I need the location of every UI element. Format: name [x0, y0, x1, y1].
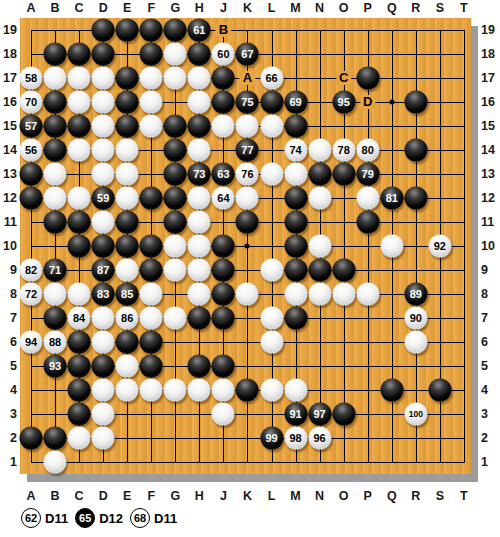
col-label-bottom-C: C	[75, 489, 84, 503]
move-number: 76	[241, 169, 253, 180]
stone-K18: 67	[236, 43, 259, 66]
stone-F8	[140, 283, 163, 306]
stone-O13	[332, 163, 355, 186]
row-label-left-18: 18	[3, 47, 17, 61]
stone-D3	[92, 403, 115, 426]
stone-G4	[164, 379, 187, 402]
row-label-left-16: 16	[3, 95, 17, 109]
stone-O8	[332, 283, 355, 306]
col-label-bottom-E: E	[123, 489, 131, 503]
row-label-right-19: 19	[481, 23, 495, 37]
stone-C8	[68, 283, 91, 306]
col-label-top-E: E	[123, 1, 131, 15]
stone-D18	[92, 43, 115, 66]
stone-B15	[44, 115, 67, 138]
move-number: 81	[386, 193, 398, 204]
stone-A9: 82	[20, 259, 43, 282]
stone-N2: 96	[308, 427, 331, 450]
stone-P13: 79	[356, 163, 379, 186]
col-label-top-H: H	[195, 1, 204, 15]
stone-M3: 91	[284, 403, 307, 426]
move-number: 79	[362, 169, 374, 180]
stone-S4	[428, 379, 451, 402]
stone-R16	[404, 91, 427, 114]
stone-B7	[44, 307, 67, 330]
caption-stone-62: 62	[21, 508, 41, 528]
stone-A13	[20, 163, 43, 186]
stone-C7: 84	[68, 307, 91, 330]
stone-E5	[116, 355, 139, 378]
stone-E9	[116, 259, 139, 282]
col-label-top-F: F	[147, 1, 155, 15]
stone-S10: 92	[428, 235, 451, 258]
ko-moves-caption: 62D1165D1268D11	[21, 506, 180, 530]
stone-F7	[140, 307, 163, 330]
col-label-top-M: M	[290, 1, 300, 15]
stone-D6	[92, 331, 115, 354]
move-number: 90	[410, 313, 422, 324]
point-label-A: A	[240, 71, 255, 85]
move-number: 77	[241, 145, 253, 156]
stone-A8: 72	[20, 283, 43, 306]
row-label-right-1: 1	[481, 455, 488, 469]
col-label-bottom-N: N	[315, 489, 324, 503]
stone-A12	[20, 187, 43, 210]
stone-L16	[260, 91, 283, 114]
stone-N12	[308, 187, 331, 210]
row-label-right-17: 17	[481, 71, 495, 85]
stone-H10	[188, 235, 211, 258]
stone-B11	[44, 211, 67, 234]
stone-D19	[92, 19, 115, 42]
move-number: 96	[313, 433, 325, 444]
move-number: 80	[362, 145, 374, 156]
row-label-right-11: 11	[481, 215, 494, 229]
stone-B2	[44, 427, 67, 450]
stone-E16	[116, 91, 139, 114]
stone-L13	[260, 163, 283, 186]
stone-F12	[140, 187, 163, 210]
move-number: 66	[265, 73, 277, 84]
stone-F4	[140, 379, 163, 402]
stone-F5	[140, 355, 163, 378]
stone-N3: 97	[308, 403, 331, 426]
stone-E11	[116, 211, 139, 234]
stone-D10	[92, 235, 115, 258]
row-label-right-12: 12	[481, 191, 495, 205]
stone-H16	[188, 91, 211, 114]
col-label-bottom-G: G	[170, 489, 180, 503]
stone-F6	[140, 331, 163, 354]
stone-D14	[92, 139, 115, 162]
grid-vline	[464, 30, 465, 463]
stone-B12	[44, 187, 67, 210]
stone-B8	[44, 283, 67, 306]
stone-B9: 71	[44, 259, 67, 282]
row-label-left-10: 10	[3, 239, 17, 253]
move-number: 75	[241, 97, 253, 108]
stone-M4	[284, 379, 307, 402]
col-label-top-D: D	[99, 1, 108, 15]
move-number: 95	[338, 97, 350, 108]
move-number: 57	[25, 121, 37, 132]
stone-L17: 66	[260, 67, 283, 90]
stone-E17	[116, 67, 139, 90]
stone-L7	[260, 307, 283, 330]
stone-M10	[284, 235, 307, 258]
stone-E8: 85	[116, 283, 139, 306]
stone-O14: 78	[332, 139, 355, 162]
stone-F17	[140, 67, 163, 90]
col-label-bottom-R: R	[411, 489, 420, 503]
row-label-right-7: 7	[481, 311, 488, 325]
caption-point: D11	[45, 511, 68, 526]
col-label-top-A: A	[26, 1, 35, 15]
move-number: 60	[217, 49, 229, 60]
col-label-bottom-F: F	[147, 489, 155, 503]
move-number: 78	[338, 145, 350, 156]
stone-F19	[140, 19, 163, 42]
row-label-right-4: 4	[481, 383, 488, 397]
move-number: 89	[410, 289, 422, 300]
row-label-right-3: 3	[481, 407, 488, 421]
row-label-left-19: 19	[3, 23, 17, 37]
row-label-left-4: 4	[10, 383, 17, 397]
row-label-left-2: 2	[10, 431, 17, 445]
move-number: 63	[217, 169, 229, 180]
stone-H13: 73	[188, 163, 211, 186]
stone-D15	[92, 115, 115, 138]
col-label-top-L: L	[268, 1, 276, 15]
move-number: 74	[289, 145, 301, 156]
stone-C11	[68, 211, 91, 234]
stone-B14	[44, 139, 67, 162]
stone-K11	[236, 211, 259, 234]
stone-H15	[188, 115, 211, 138]
move-number: 86	[121, 313, 133, 324]
point-label-B: B	[216, 23, 231, 37]
col-label-bottom-H: H	[195, 489, 204, 503]
stone-H11	[188, 211, 211, 234]
stone-H19: 61	[188, 19, 211, 42]
stone-H18	[188, 43, 211, 66]
row-label-left-15: 15	[3, 119, 17, 133]
stone-D17	[92, 67, 115, 90]
stone-N8	[308, 283, 331, 306]
stone-G17	[164, 67, 187, 90]
stone-J18: 60	[212, 43, 235, 66]
stone-M8	[284, 283, 307, 306]
move-number: 93	[49, 361, 61, 372]
move-number: 82	[25, 265, 37, 276]
stone-H8	[188, 283, 211, 306]
stone-C5	[68, 355, 91, 378]
stone-G10	[164, 235, 187, 258]
col-label-bottom-D: D	[99, 489, 108, 503]
row-label-right-16: 16	[481, 95, 495, 109]
stone-C6	[68, 331, 91, 354]
stone-G11	[164, 211, 187, 234]
stone-C16	[68, 91, 91, 114]
col-label-bottom-Q: Q	[387, 489, 397, 503]
row-label-left-3: 3	[10, 407, 17, 421]
move-number: 71	[49, 265, 61, 276]
stone-J16	[212, 91, 235, 114]
stone-O16: 95	[332, 91, 355, 114]
stone-E15	[116, 115, 139, 138]
stone-H14	[188, 139, 211, 162]
stone-D7	[92, 307, 115, 330]
row-label-left-12: 12	[3, 191, 17, 205]
stone-B13	[44, 163, 67, 186]
stone-M11	[284, 211, 307, 234]
move-number: 94	[25, 337, 37, 348]
stone-D5	[92, 355, 115, 378]
stone-A14: 56	[20, 139, 43, 162]
col-label-top-R: R	[411, 1, 420, 15]
col-label-top-K: K	[243, 1, 252, 15]
row-label-left-9: 9	[10, 263, 17, 277]
stone-R12	[404, 187, 427, 210]
stone-L6	[260, 331, 283, 354]
move-number: 97	[313, 409, 325, 420]
stone-K4	[236, 379, 259, 402]
stone-J17	[212, 67, 235, 90]
stone-C15	[68, 115, 91, 138]
stone-F10	[140, 235, 163, 258]
stone-J4	[212, 379, 235, 402]
move-number: 83	[97, 289, 109, 300]
stone-J13: 63	[212, 163, 235, 186]
stone-P17	[356, 67, 379, 90]
stone-G12	[164, 187, 187, 210]
stone-M16: 69	[284, 91, 307, 114]
stone-E6	[116, 331, 139, 354]
stone-C12	[68, 187, 91, 210]
row-label-right-13: 13	[481, 167, 495, 181]
stone-E7: 86	[116, 307, 139, 330]
col-label-top-N: N	[315, 1, 324, 15]
stone-M14: 74	[284, 139, 307, 162]
stone-M2: 98	[284, 427, 307, 450]
stone-N14	[308, 139, 331, 162]
row-label-left-1: 1	[10, 455, 17, 469]
move-number: 88	[49, 337, 61, 348]
point-label-D: D	[360, 95, 375, 109]
col-label-bottom-K: K	[243, 489, 252, 503]
star-point-Q16	[389, 100, 394, 105]
row-label-right-6: 6	[481, 335, 488, 349]
move-number: 98	[289, 433, 301, 444]
col-label-bottom-A: A	[26, 489, 35, 503]
stone-D12: 59	[92, 187, 115, 210]
col-label-bottom-B: B	[51, 489, 60, 503]
move-number: 73	[193, 169, 205, 180]
stone-J9	[212, 259, 235, 282]
stone-L4	[260, 379, 283, 402]
stone-L2: 99	[260, 427, 283, 450]
row-label-left-8: 8	[10, 287, 17, 301]
stone-K8	[236, 283, 259, 306]
stone-N9	[308, 259, 331, 282]
row-label-left-7: 7	[10, 311, 17, 325]
col-label-bottom-J: J	[220, 489, 227, 503]
stone-L15	[260, 115, 283, 138]
stone-E19	[116, 19, 139, 42]
stone-P12	[356, 187, 379, 210]
stone-F9	[140, 259, 163, 282]
stone-J10	[212, 235, 235, 258]
stone-R6	[404, 331, 427, 354]
row-label-left-13: 13	[3, 167, 17, 181]
stone-A16: 70	[20, 91, 43, 114]
col-label-bottom-L: L	[268, 489, 276, 503]
col-label-bottom-M: M	[290, 489, 300, 503]
col-label-bottom-O: O	[339, 489, 349, 503]
stone-L9	[260, 259, 283, 282]
stone-K12	[236, 187, 259, 210]
caption-stone-68: 68	[130, 508, 150, 528]
stone-H17	[188, 67, 211, 90]
star-point-K10	[245, 244, 250, 249]
stone-G13	[164, 163, 187, 186]
move-number: 87	[97, 265, 109, 276]
stone-P11	[356, 211, 379, 234]
move-number: 85	[121, 289, 133, 300]
stone-O9	[332, 259, 355, 282]
stone-F16	[140, 91, 163, 114]
stone-M12	[284, 187, 307, 210]
stone-K15	[236, 115, 259, 138]
stone-C2	[68, 427, 91, 450]
move-number: 91	[289, 409, 301, 420]
stone-E12	[116, 187, 139, 210]
stone-B16	[44, 91, 67, 114]
stone-K14: 77	[236, 139, 259, 162]
move-number: 67	[241, 49, 253, 60]
stone-C14	[68, 139, 91, 162]
stone-A6: 94	[20, 331, 43, 354]
col-label-top-J: J	[220, 1, 227, 15]
stone-M9	[284, 259, 307, 282]
stone-B17	[44, 67, 67, 90]
stone-D11	[92, 211, 115, 234]
move-number: 99	[265, 433, 277, 444]
row-label-right-9: 9	[481, 263, 488, 277]
stone-G15	[164, 115, 187, 138]
caption-point: D12	[99, 511, 123, 526]
stone-H12	[188, 187, 211, 210]
stone-A15: 57	[20, 115, 43, 138]
col-label-bottom-P: P	[364, 489, 372, 503]
stone-G18	[164, 43, 187, 66]
col-label-top-Q: Q	[387, 1, 397, 15]
col-label-bottom-T: T	[460, 489, 468, 503]
col-label-top-C: C	[75, 1, 84, 15]
row-label-right-8: 8	[481, 287, 488, 301]
col-label-top-O: O	[339, 1, 349, 15]
stone-J3	[212, 403, 235, 426]
stone-D16	[92, 91, 115, 114]
stone-R14	[404, 139, 427, 162]
stone-D4	[92, 379, 115, 402]
stone-G19	[164, 19, 187, 42]
stone-B5: 93	[44, 355, 67, 378]
stone-M7	[284, 307, 307, 330]
stone-J7	[212, 307, 235, 330]
move-number: 64	[217, 193, 229, 204]
row-label-right-10: 10	[481, 239, 495, 253]
move-number: 61	[193, 25, 205, 36]
col-label-top-T: T	[460, 1, 468, 15]
go-board[interactable]: 6160675866707569955756777478807363767959…	[20, 18, 471, 474]
stone-P8	[356, 283, 379, 306]
col-label-top-S: S	[436, 1, 444, 15]
stone-R7: 90	[404, 307, 427, 330]
stone-M13	[284, 163, 307, 186]
stone-N10	[308, 235, 331, 258]
move-number: 58	[25, 73, 37, 84]
move-number: 84	[73, 313, 85, 324]
move-number: 69	[289, 97, 301, 108]
stone-K13: 76	[236, 163, 259, 186]
move-number: 92	[434, 241, 446, 252]
stone-D8: 83	[92, 283, 115, 306]
row-label-left-14: 14	[3, 143, 17, 157]
row-label-right-2: 2	[481, 431, 488, 445]
stone-E4	[116, 379, 139, 402]
stone-G9	[164, 259, 187, 282]
stone-G7	[164, 307, 187, 330]
caption-stone-65: 65	[75, 508, 95, 528]
stone-Q4	[380, 379, 403, 402]
stone-J15	[212, 115, 235, 138]
stone-E14	[116, 139, 139, 162]
row-label-left-11: 11	[4, 215, 17, 229]
move-number: 59	[97, 193, 109, 204]
move-number: 56	[25, 145, 37, 156]
stone-C10	[68, 235, 91, 258]
stone-H9	[188, 259, 211, 282]
stone-P14: 80	[356, 139, 379, 162]
stone-B18	[44, 43, 67, 66]
stone-C3	[68, 403, 91, 426]
stone-B6: 88	[44, 331, 67, 354]
stone-C4	[68, 379, 91, 402]
stone-J12: 64	[212, 187, 235, 210]
stone-Q10	[380, 235, 403, 258]
stone-H4	[188, 379, 211, 402]
row-label-left-17: 17	[3, 71, 17, 85]
stone-E10	[116, 235, 139, 258]
stone-B1	[44, 451, 67, 474]
stone-O3	[332, 403, 355, 426]
point-label-C: C	[336, 71, 351, 85]
stone-J8	[212, 283, 235, 306]
stone-A2	[20, 427, 43, 450]
stone-F15	[140, 115, 163, 138]
stone-H5	[188, 355, 211, 378]
move-number: 70	[25, 97, 37, 108]
stone-H7	[188, 307, 211, 330]
row-label-right-14: 14	[481, 143, 495, 157]
stone-N13	[308, 163, 331, 186]
row-label-right-15: 15	[481, 119, 495, 133]
stone-D9: 87	[92, 259, 115, 282]
stone-K16: 75	[236, 91, 259, 114]
stone-G14	[164, 139, 187, 162]
row-label-left-5: 5	[10, 359, 17, 373]
